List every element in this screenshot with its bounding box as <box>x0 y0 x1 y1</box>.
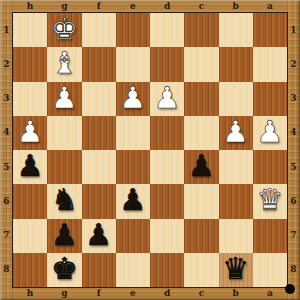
black-pawn[interactable]: ♟ <box>85 220 112 250</box>
file-label-e: e <box>116 0 150 13</box>
file-label-c: c <box>184 0 218 13</box>
white-queen[interactable]: ♛ <box>256 185 283 215</box>
file-label-f: f <box>82 287 116 300</box>
square-c6[interactable] <box>184 184 218 218</box>
square-b7[interactable] <box>219 219 253 253</box>
rank-label-2: 2 <box>287 47 300 81</box>
black-king[interactable]: ♚ <box>51 254 78 284</box>
rank-label-8: 8 <box>0 253 13 287</box>
square-d4[interactable] <box>150 116 184 150</box>
rank-label-7: 7 <box>287 219 300 253</box>
square-e2[interactable] <box>116 47 150 81</box>
square-b6[interactable] <box>219 184 253 218</box>
rank-labels-left: 12345678 <box>0 13 13 287</box>
white-pawn[interactable]: ♟ <box>51 83 78 113</box>
rank-label-5: 5 <box>0 150 13 184</box>
file-label-h: h <box>13 0 47 13</box>
file-label-a: a <box>253 287 287 300</box>
square-a4[interactable]: ♟ <box>253 116 287 150</box>
square-b1[interactable] <box>219 13 253 47</box>
rank-label-4: 4 <box>287 116 300 150</box>
white-bishop[interactable]: ♝ <box>51 48 78 78</box>
square-g4[interactable] <box>47 116 81 150</box>
rank-label-6: 6 <box>287 184 300 218</box>
square-b5[interactable] <box>219 150 253 184</box>
square-a2[interactable] <box>253 47 287 81</box>
square-f6[interactable] <box>82 184 116 218</box>
square-d2[interactable] <box>150 47 184 81</box>
black-pawn[interactable]: ♟ <box>188 151 215 181</box>
square-a5[interactable] <box>253 150 287 184</box>
square-g8[interactable]: ♚ <box>47 253 81 287</box>
square-c5[interactable]: ♟ <box>184 150 218 184</box>
square-e8[interactable] <box>116 253 150 287</box>
black-pawn[interactable]: ♟ <box>119 185 146 215</box>
square-d3[interactable]: ♟ <box>150 82 184 116</box>
square-d1[interactable] <box>150 13 184 47</box>
white-pawn[interactable]: ♟ <box>119 83 146 113</box>
square-g2[interactable]: ♝ <box>47 47 81 81</box>
square-h7[interactable] <box>13 219 47 253</box>
square-h8[interactable] <box>13 253 47 287</box>
rank-label-3: 3 <box>287 82 300 116</box>
square-b3[interactable] <box>219 82 253 116</box>
square-c7[interactable] <box>184 219 218 253</box>
rank-labels-right: 12345678 <box>287 13 300 287</box>
square-e1[interactable] <box>116 13 150 47</box>
square-g3[interactable]: ♟ <box>47 82 81 116</box>
chess-board-frame: hgfedcba hgfedcba 12345678 12345678 ♚♝♟♟… <box>0 0 300 300</box>
square-a6[interactable]: ♛ <box>253 184 287 218</box>
square-g6[interactable]: ♞ <box>47 184 81 218</box>
chess-board: ♚♝♟♟♟♟♟♟♟♟♞♟♛♟♟♚♛ <box>13 13 287 287</box>
square-e4[interactable] <box>116 116 150 150</box>
square-e5[interactable] <box>116 150 150 184</box>
file-labels-bottom: hgfedcba <box>13 287 287 300</box>
file-labels-top: hgfedcba <box>13 0 287 13</box>
black-queen[interactable]: ♛ <box>222 254 249 284</box>
black-pawn[interactable]: ♟ <box>51 220 78 250</box>
white-pawn[interactable]: ♟ <box>222 117 249 147</box>
square-f3[interactable] <box>82 82 116 116</box>
rank-label-1: 1 <box>0 13 13 47</box>
square-a8[interactable] <box>253 253 287 287</box>
rank-label-1: 1 <box>287 13 300 47</box>
square-e3[interactable]: ♟ <box>116 82 150 116</box>
black-knight[interactable]: ♞ <box>51 185 78 215</box>
file-label-e: e <box>116 287 150 300</box>
square-f5[interactable] <box>82 150 116 184</box>
file-label-d: d <box>150 0 184 13</box>
square-h3[interactable] <box>13 82 47 116</box>
square-f4[interactable] <box>82 116 116 150</box>
square-b8[interactable]: ♛ <box>219 253 253 287</box>
white-king[interactable]: ♚ <box>51 14 78 44</box>
square-c4[interactable] <box>184 116 218 150</box>
square-c2[interactable] <box>184 47 218 81</box>
square-a1[interactable] <box>253 13 287 47</box>
square-a3[interactable] <box>253 82 287 116</box>
square-h2[interactable] <box>13 47 47 81</box>
square-g7[interactable]: ♟ <box>47 219 81 253</box>
side-to-move-indicator <box>285 284 295 294</box>
square-b2[interactable] <box>219 47 253 81</box>
white-pawn[interactable]: ♟ <box>17 117 44 147</box>
square-d7[interactable] <box>150 219 184 253</box>
rank-label-5: 5 <box>287 150 300 184</box>
square-d8[interactable] <box>150 253 184 287</box>
square-h6[interactable] <box>13 184 47 218</box>
square-e7[interactable] <box>116 219 150 253</box>
square-h4[interactable]: ♟ <box>13 116 47 150</box>
file-label-b: b <box>219 0 253 13</box>
file-label-a: a <box>253 0 287 13</box>
square-c1[interactable] <box>184 13 218 47</box>
square-a7[interactable] <box>253 219 287 253</box>
file-label-b: b <box>219 287 253 300</box>
rank-label-4: 4 <box>0 116 13 150</box>
file-label-f: f <box>82 0 116 13</box>
file-label-g: g <box>47 0 81 13</box>
black-pawn[interactable]: ♟ <box>17 151 44 181</box>
file-label-g: g <box>47 287 81 300</box>
rank-label-8: 8 <box>287 253 300 287</box>
file-label-d: d <box>150 287 184 300</box>
square-h5[interactable]: ♟ <box>13 150 47 184</box>
white-pawn[interactable]: ♟ <box>256 117 283 147</box>
square-d5[interactable] <box>150 150 184 184</box>
square-f1[interactable] <box>82 13 116 47</box>
square-c3[interactable] <box>184 82 218 116</box>
square-f8[interactable] <box>82 253 116 287</box>
rank-label-7: 7 <box>0 219 13 253</box>
rank-label-6: 6 <box>0 184 13 218</box>
square-g5[interactable] <box>47 150 81 184</box>
square-g1[interactable]: ♚ <box>47 13 81 47</box>
square-c8[interactable] <box>184 253 218 287</box>
square-d6[interactable] <box>150 184 184 218</box>
square-h1[interactable] <box>13 13 47 47</box>
square-f2[interactable] <box>82 47 116 81</box>
square-e6[interactable]: ♟ <box>116 184 150 218</box>
rank-label-3: 3 <box>0 82 13 116</box>
white-pawn[interactable]: ♟ <box>154 83 181 113</box>
square-f7[interactable]: ♟ <box>82 219 116 253</box>
file-label-h: h <box>13 287 47 300</box>
rank-label-2: 2 <box>0 47 13 81</box>
square-b4[interactable]: ♟ <box>219 116 253 150</box>
file-label-c: c <box>184 287 218 300</box>
